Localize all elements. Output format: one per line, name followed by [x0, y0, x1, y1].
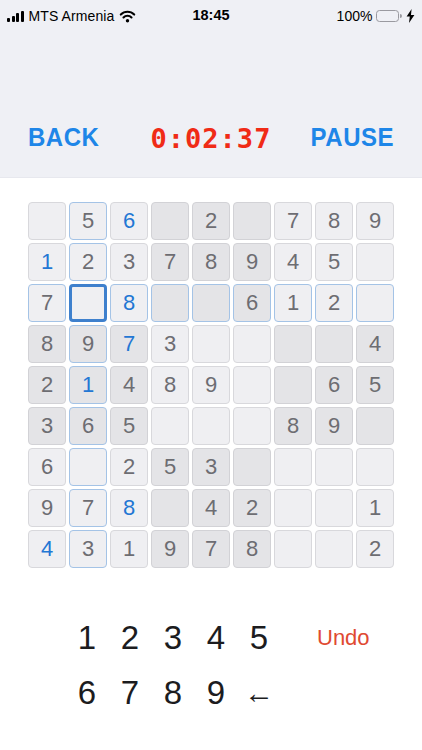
cell-r3c9[interactable] [356, 284, 394, 322]
cell-r7c8[interactable] [315, 448, 353, 486]
numpad-row-2: 6789← [0, 673, 422, 713]
cell-r4c3[interactable]: 7 [110, 325, 148, 363]
cell-r7c6[interactable] [233, 448, 271, 486]
cell-r4c2[interactable]: 9 [69, 325, 107, 363]
game-header: BACK 0:02:37 PAUSE [0, 116, 422, 160]
cell-r2c8[interactable]: 5 [315, 243, 353, 281]
cell-r8c6[interactable]: 2 [233, 489, 271, 527]
charging-bolt-icon [406, 9, 415, 23]
numpad-row-1: Undo 12345 [0, 618, 422, 658]
cell-r1c2[interactable]: 5 [69, 202, 107, 240]
cell-r8c5[interactable]: 4 [192, 489, 230, 527]
cell-r5c6[interactable] [233, 366, 271, 404]
cell-r9c3[interactable]: 1 [110, 530, 148, 568]
cell-r9c7[interactable] [274, 530, 312, 568]
cell-r6c3[interactable]: 5 [110, 407, 148, 445]
status-bar-right: 100% [337, 5, 415, 27]
cell-r9c9[interactable]: 2 [356, 530, 394, 568]
numpad-1[interactable]: 1 [72, 618, 102, 658]
cell-r1c6[interactable] [233, 202, 271, 240]
numpad-9[interactable]: 9 [201, 673, 231, 713]
numpad-6[interactable]: 6 [72, 673, 102, 713]
cell-r8c2[interactable]: 7 [69, 489, 107, 527]
cell-r3c3[interactable]: 8 [110, 284, 148, 322]
cell-r5c5[interactable]: 9 [192, 366, 230, 404]
cell-r7c3[interactable]: 2 [110, 448, 148, 486]
cell-r4c8[interactable] [315, 325, 353, 363]
cell-r1c4[interactable] [151, 202, 189, 240]
cell-r4c1[interactable]: 8 [28, 325, 66, 363]
cell-r1c3[interactable]: 6 [110, 202, 148, 240]
number-pad: Undo 12345 6789← [0, 618, 422, 713]
numpad-8[interactable]: 8 [158, 673, 188, 713]
cell-r6c6[interactable] [233, 407, 271, 445]
numpad-4[interactable]: 4 [201, 618, 231, 658]
cell-r6c1[interactable]: 3 [28, 407, 66, 445]
undo-button[interactable]: Undo [317, 625, 370, 651]
cell-r5c9[interactable]: 5 [356, 366, 394, 404]
cell-r3c1[interactable]: 7 [28, 284, 66, 322]
cell-r7c4[interactable]: 5 [151, 448, 189, 486]
cell-r8c1[interactable]: 9 [28, 489, 66, 527]
cell-r3c5[interactable] [192, 284, 230, 322]
status-bar: MTS Armenia 18:45 100% [0, 5, 422, 27]
numpad-3[interactable]: 3 [158, 618, 188, 658]
cell-r5c2[interactable]: 1 [69, 366, 107, 404]
cell-r3c6[interactable]: 6 [233, 284, 271, 322]
cell-r7c9[interactable] [356, 448, 394, 486]
cell-r4c5[interactable] [192, 325, 230, 363]
cell-r8c7[interactable] [274, 489, 312, 527]
cell-r1c5[interactable]: 2 [192, 202, 230, 240]
cell-r2c2[interactable]: 2 [69, 243, 107, 281]
cell-r3c4[interactable] [151, 284, 189, 322]
cell-r7c5[interactable]: 3 [192, 448, 230, 486]
cell-r2c3[interactable]: 3 [110, 243, 148, 281]
cell-r4c7[interactable] [274, 325, 312, 363]
cell-r8c9[interactable]: 1 [356, 489, 394, 527]
cell-r5c1[interactable]: 2 [28, 366, 66, 404]
cell-r9c6[interactable]: 8 [233, 530, 271, 568]
cell-r6c4[interactable] [151, 407, 189, 445]
cell-r6c5[interactable] [192, 407, 230, 445]
cell-r4c4[interactable]: 3 [151, 325, 189, 363]
cell-r8c8[interactable] [315, 489, 353, 527]
cell-r8c3[interactable]: 8 [110, 489, 148, 527]
battery-icon [376, 10, 402, 22]
cell-r5c4[interactable]: 8 [151, 366, 189, 404]
cell-r9c2[interactable]: 3 [69, 530, 107, 568]
cell-r5c8[interactable]: 6 [315, 366, 353, 404]
cell-r6c8[interactable]: 9 [315, 407, 353, 445]
cell-r9c5[interactable]: 7 [192, 530, 230, 568]
cell-r1c7[interactable]: 7 [274, 202, 312, 240]
cell-r2c6[interactable]: 9 [233, 243, 271, 281]
cell-r9c8[interactable] [315, 530, 353, 568]
cell-r7c2[interactable] [69, 448, 107, 486]
numpad-backspace[interactable]: ← [244, 673, 274, 713]
cell-r6c9[interactable] [356, 407, 394, 445]
cell-r3c2[interactable] [69, 284, 107, 322]
battery-percent-label: 100% [337, 8, 373, 24]
numpad-7[interactable]: 7 [115, 673, 145, 713]
cell-r9c1[interactable]: 4 [28, 530, 66, 568]
cell-r2c9[interactable] [356, 243, 394, 281]
cell-r3c7[interactable]: 1 [274, 284, 312, 322]
cell-r4c6[interactable] [233, 325, 271, 363]
cell-r8c4[interactable] [151, 489, 189, 527]
cell-r9c4[interactable]: 9 [151, 530, 189, 568]
sudoku-grid: 5627891237894578612897342148965365896253… [28, 202, 394, 568]
cell-r2c5[interactable]: 8 [192, 243, 230, 281]
pause-button[interactable]: PAUSE [311, 123, 394, 152]
cell-r2c4[interactable]: 7 [151, 243, 189, 281]
numpad-5[interactable]: 5 [244, 618, 274, 658]
cell-r4c9[interactable]: 4 [356, 325, 394, 363]
cell-r5c3[interactable]: 4 [110, 366, 148, 404]
cell-r6c7[interactable]: 8 [274, 407, 312, 445]
cell-r1c9[interactable]: 9 [356, 202, 394, 240]
cell-r3c8[interactable]: 2 [315, 284, 353, 322]
cell-r5c7[interactable] [274, 366, 312, 404]
cell-r7c1[interactable]: 6 [28, 448, 66, 486]
cell-r1c1[interactable] [28, 202, 66, 240]
sudoku-app-screen: MTS Armenia 18:45 100% [0, 0, 422, 750]
numpad-2[interactable]: 2 [115, 618, 145, 658]
cell-r6c2[interactable]: 6 [69, 407, 107, 445]
cell-r7c7[interactable] [274, 448, 312, 486]
cell-r2c1[interactable]: 1 [28, 243, 66, 281]
cell-r1c8[interactable]: 8 [315, 202, 353, 240]
cell-r2c7[interactable]: 4 [274, 243, 312, 281]
